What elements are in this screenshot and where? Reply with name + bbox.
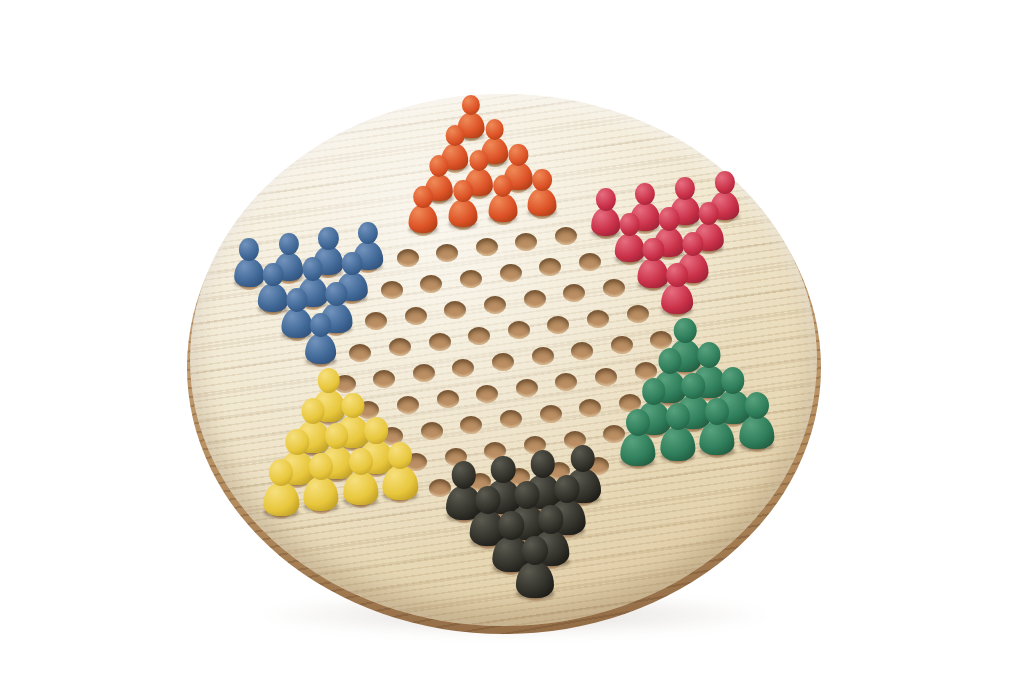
hole[interactable] — [539, 258, 561, 276]
peg-orange[interactable] — [527, 169, 558, 216]
peg-head — [596, 188, 616, 211]
peg-head — [263, 263, 284, 286]
peg-head — [642, 378, 666, 404]
hole[interactable] — [397, 249, 419, 267]
peg-green[interactable] — [698, 398, 736, 455]
peg-body — [449, 200, 478, 227]
hole[interactable] — [365, 312, 387, 330]
hole[interactable] — [437, 390, 459, 408]
peg-yellow[interactable] — [263, 459, 301, 516]
peg-head — [317, 368, 340, 393]
hole[interactable] — [444, 301, 466, 319]
peg-head — [721, 367, 745, 393]
peg-body — [383, 466, 418, 499]
peg-head — [286, 288, 307, 312]
peg-head — [285, 429, 309, 455]
peg-head — [698, 202, 719, 225]
hole[interactable] — [429, 333, 451, 351]
peg-head — [698, 342, 721, 368]
play-area — [0, 0, 1024, 683]
peg-head — [493, 175, 513, 197]
peg-head — [659, 207, 680, 230]
peg-head — [326, 282, 347, 306]
hole[interactable] — [421, 422, 443, 440]
hole[interactable] — [349, 344, 371, 362]
peg-head — [310, 313, 332, 337]
peg-body — [343, 472, 378, 505]
hole[interactable] — [476, 238, 498, 256]
hole[interactable] — [397, 396, 419, 414]
peg-head — [342, 252, 363, 275]
hole[interactable] — [547, 316, 569, 334]
peg-head — [554, 475, 579, 503]
hole[interactable] — [500, 264, 522, 282]
hole[interactable] — [436, 244, 458, 262]
hole[interactable] — [555, 373, 577, 391]
peg-body — [264, 483, 299, 516]
hole[interactable] — [420, 275, 442, 293]
hole[interactable] — [405, 307, 427, 325]
peg-head — [358, 222, 378, 245]
peg-head — [453, 180, 473, 202]
peg-head — [414, 186, 434, 208]
peg-head — [570, 445, 595, 473]
peg-body — [303, 477, 338, 510]
peg-head — [682, 232, 703, 256]
hole[interactable] — [595, 368, 617, 386]
hole[interactable] — [627, 305, 649, 323]
peg-black[interactable] — [515, 536, 556, 598]
peg-head — [522, 536, 548, 565]
peg-body — [700, 422, 735, 455]
hole[interactable] — [381, 281, 403, 299]
peg-head — [626, 409, 650, 436]
peg-body — [528, 189, 557, 216]
peg-yellow[interactable] — [382, 442, 420, 499]
hole[interactable] — [611, 336, 633, 354]
peg-orange[interactable] — [408, 186, 439, 233]
hole[interactable] — [389, 338, 411, 356]
hole[interactable] — [500, 410, 522, 428]
peg-head — [302, 257, 323, 280]
hole[interactable] — [373, 370, 395, 388]
peg-head — [388, 442, 412, 469]
peg-head — [532, 169, 552, 191]
peg-head — [430, 155, 449, 177]
peg-orange[interactable] — [487, 175, 518, 222]
peg-head — [349, 448, 373, 475]
peg-head — [301, 398, 324, 424]
peg-head — [462, 95, 480, 116]
peg-head — [666, 403, 690, 430]
peg-head — [469, 150, 488, 172]
hole[interactable] — [532, 347, 554, 365]
peg-body — [488, 194, 517, 221]
peg-body — [660, 427, 695, 460]
hole[interactable] — [587, 310, 609, 328]
hole[interactable] — [413, 364, 435, 382]
peg-body — [620, 433, 655, 466]
peg-head — [269, 459, 293, 486]
hole[interactable] — [492, 353, 514, 371]
hole[interactable] — [460, 416, 482, 434]
peg-red[interactable] — [660, 263, 694, 315]
hole[interactable] — [468, 327, 490, 345]
hole[interactable] — [579, 253, 601, 271]
hole[interactable] — [603, 279, 625, 297]
peg-head — [452, 461, 477, 489]
peg-head — [658, 348, 681, 374]
peg-head — [365, 417, 389, 443]
hole[interactable] — [508, 321, 530, 339]
peg-head — [666, 263, 688, 287]
peg-yellow[interactable] — [342, 448, 380, 505]
peg-green[interactable] — [619, 409, 657, 466]
peg-body — [305, 334, 337, 364]
hole[interactable] — [452, 359, 474, 377]
peg-head — [446, 125, 465, 146]
peg-head — [682, 373, 706, 399]
hole[interactable] — [460, 270, 482, 288]
hole[interactable] — [524, 290, 546, 308]
hole[interactable] — [476, 385, 498, 403]
scene — [0, 0, 1024, 683]
peg-head — [318, 227, 338, 250]
peg-head — [675, 177, 695, 200]
peg-head — [325, 423, 349, 449]
hole[interactable] — [515, 233, 537, 251]
peg-head — [538, 505, 563, 534]
peg-yellow[interactable] — [302, 453, 340, 510]
hole[interactable] — [540, 405, 562, 423]
hole[interactable] — [563, 284, 585, 302]
peg-orange[interactable] — [448, 180, 479, 227]
hole[interactable] — [555, 227, 577, 245]
peg-head — [491, 456, 516, 484]
hole[interactable] — [579, 399, 601, 417]
peg-head — [239, 238, 259, 261]
peg-head — [619, 213, 640, 236]
hole[interactable] — [516, 379, 538, 397]
peg-head — [341, 393, 364, 419]
peg-head — [309, 453, 333, 480]
peg-body — [739, 416, 774, 449]
peg-body — [409, 205, 438, 232]
peg-head — [705, 398, 729, 425]
peg-head — [635, 183, 655, 206]
peg-body — [661, 284, 693, 314]
peg-head — [279, 233, 299, 256]
hole[interactable] — [484, 296, 506, 314]
peg-head — [745, 392, 769, 419]
peg-head — [714, 171, 734, 194]
peg-green[interactable] — [738, 392, 776, 449]
hole[interactable] — [571, 342, 593, 360]
peg-head — [509, 144, 528, 166]
peg-body — [516, 562, 554, 598]
peg-head — [485, 119, 504, 140]
peg-head — [643, 238, 664, 262]
peg-blue[interactable] — [304, 313, 338, 365]
peg-green[interactable] — [659, 403, 697, 460]
peg-head — [531, 450, 556, 478]
peg-head — [674, 318, 697, 343]
